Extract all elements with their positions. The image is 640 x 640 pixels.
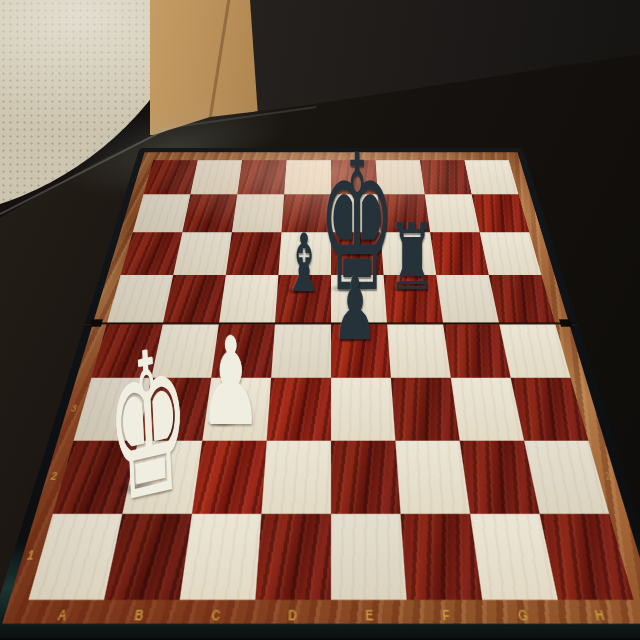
white-pawn-c3: ♟	[200, 305, 263, 426]
square-c7	[232, 194, 284, 232]
square-d3	[267, 378, 331, 441]
file-labels: ABCDEFGH	[19, 607, 640, 633]
file-label-b: B	[97, 607, 179, 633]
square-c6	[226, 232, 282, 275]
piece-glyph: ♚	[103, 318, 193, 532]
file-label-h: H	[559, 607, 640, 633]
square-a8	[144, 160, 198, 194]
file-label-f: F	[407, 607, 487, 633]
white-king-b2: ♚	[102, 291, 192, 505]
square-g4	[443, 323, 511, 378]
hinge-notch-right	[559, 319, 572, 326]
file-label-d: D	[253, 607, 331, 633]
square-g8	[420, 160, 472, 194]
square-c8	[237, 160, 286, 194]
square-e2	[331, 441, 401, 514]
black-pawn-e4: ♟	[332, 254, 377, 341]
piece-glyph: ♟	[200, 322, 263, 443]
square-g5	[436, 275, 499, 323]
square-f1	[401, 514, 483, 600]
square-b8	[190, 160, 242, 194]
file-label-g: G	[483, 607, 565, 633]
square-b6	[173, 232, 232, 275]
file-label-c: C	[175, 607, 255, 633]
square-f4	[387, 323, 451, 378]
piece-glyph: ♜	[387, 212, 436, 304]
square-d2	[261, 441, 331, 514]
square-b7	[182, 194, 237, 232]
photo-scene: ABCDEFGH 321 2 ♝♚♜♟♟♚	[0, 0, 640, 640]
square-e3	[331, 378, 395, 441]
hinge-notch-left	[90, 319, 103, 326]
file-label-a: A	[19, 607, 103, 633]
square-g6	[430, 232, 489, 275]
file-label-e: E	[331, 607, 409, 633]
piece-glyph: ♟	[332, 266, 377, 353]
square-f2	[395, 441, 470, 514]
square-a7	[133, 194, 191, 232]
square-e1	[331, 514, 407, 600]
square-d1	[255, 514, 331, 600]
square-f3	[391, 378, 460, 441]
black-rook-f5: ♜	[387, 199, 436, 291]
